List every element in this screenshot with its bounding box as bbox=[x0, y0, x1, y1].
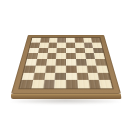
square-h3 bbox=[96, 65, 108, 72]
board-grid bbox=[20, 38, 113, 89]
square-e3 bbox=[66, 65, 77, 72]
square-d1 bbox=[54, 80, 66, 88]
square-c2 bbox=[44, 72, 56, 80]
square-e1 bbox=[66, 80, 78, 88]
product-photo-background bbox=[0, 0, 130, 130]
square-d3 bbox=[55, 65, 66, 72]
chessboard bbox=[11, 35, 121, 94]
square-h2 bbox=[98, 72, 111, 80]
board-shadow bbox=[11, 99, 120, 104]
square-h1 bbox=[99, 80, 112, 88]
square-c3 bbox=[45, 65, 56, 72]
square-c1 bbox=[43, 80, 55, 88]
chessboard-scene bbox=[0, 0, 130, 130]
square-e2 bbox=[66, 72, 77, 80]
square-d2 bbox=[55, 72, 66, 80]
